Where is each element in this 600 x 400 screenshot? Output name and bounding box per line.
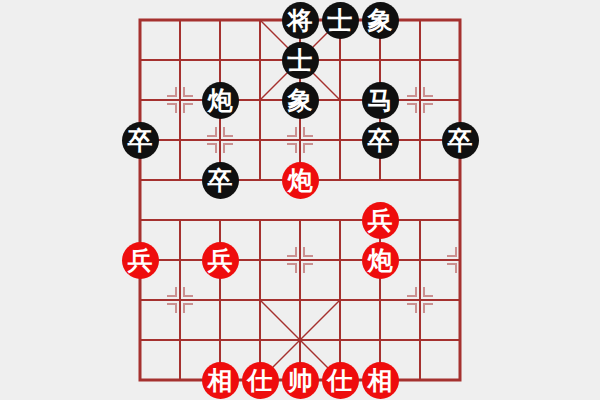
black-pawn[interactable]: 卒	[442, 122, 479, 159]
board-intersection[interactable]	[240, 280, 280, 320]
board-intersection[interactable]	[120, 280, 160, 320]
board-intersection[interactable]	[280, 280, 320, 320]
board-intersection[interactable]	[160, 200, 200, 240]
board-intersection[interactable]	[280, 200, 320, 240]
board-intersection[interactable]	[440, 240, 480, 280]
board-intersection[interactable]: 卒	[360, 120, 400, 160]
black-advisor[interactable]: 士	[322, 2, 359, 39]
board-intersection[interactable]	[120, 80, 160, 120]
board-intersection[interactable]: 炮	[280, 160, 320, 200]
board-intersection[interactable]	[400, 200, 440, 240]
black-pawn[interactable]: 卒	[362, 122, 399, 159]
board-intersection[interactable]: 炮	[200, 80, 240, 120]
board-intersection[interactable]	[240, 240, 280, 280]
board-intersection[interactable]	[240, 80, 280, 120]
board-intersection[interactable]	[120, 360, 160, 400]
board-intersection[interactable]	[400, 160, 440, 200]
black-elephant[interactable]: 象	[362, 2, 399, 39]
board-intersection[interactable]	[160, 80, 200, 120]
board-intersection[interactable]: 卒	[440, 120, 480, 160]
black-pawn[interactable]: 卒	[202, 162, 239, 199]
board-intersection[interactable]: 相	[360, 360, 400, 400]
xiangqi-app: 将士象士炮象马卒卒卒卒炮兵兵兵炮相仕帅仕相	[0, 0, 600, 400]
red-cannon[interactable]: 炮	[362, 242, 399, 279]
board-intersection[interactable]	[160, 0, 200, 40]
black-cannon[interactable]: 炮	[202, 82, 239, 119]
board-intersection[interactable]	[280, 120, 320, 160]
board-intersection[interactable]	[120, 160, 160, 200]
black-general[interactable]: 将	[282, 2, 319, 39]
board-intersection[interactable]	[200, 0, 240, 40]
board-intersection[interactable]	[160, 160, 200, 200]
board-intersection[interactable]	[200, 40, 240, 80]
board-intersection[interactable]	[320, 280, 360, 320]
board-intersection[interactable]	[440, 160, 480, 200]
board-intersection[interactable]	[200, 200, 240, 240]
board-intersection[interactable]	[400, 280, 440, 320]
board-intersection[interactable]	[360, 40, 400, 80]
board-intersection[interactable]	[120, 40, 160, 80]
board-intersection[interactable]: 象	[280, 80, 320, 120]
red-advisor[interactable]: 仕	[322, 362, 359, 399]
board-intersection[interactable]: 象	[360, 0, 400, 40]
board-intersection[interactable]	[160, 240, 200, 280]
board-intersection[interactable]: 士	[320, 0, 360, 40]
board-intersection[interactable]	[240, 40, 280, 80]
board-intersection[interactable]	[320, 160, 360, 200]
board-intersection[interactable]	[360, 320, 400, 360]
board-intersection[interactable]	[440, 40, 480, 80]
black-horse[interactable]: 马	[362, 82, 399, 119]
board-intersection[interactable]	[160, 360, 200, 400]
board-intersection[interactable]	[120, 200, 160, 240]
board-intersection[interactable]: 兵	[360, 200, 400, 240]
board-intersection[interactable]	[240, 320, 280, 360]
board-intersection[interactable]	[320, 120, 360, 160]
board-intersection[interactable]	[440, 320, 480, 360]
board-intersection[interactable]	[320, 240, 360, 280]
board-intersection[interactable]	[160, 320, 200, 360]
board-intersection[interactable]: 卒	[200, 160, 240, 200]
board-intersection[interactable]	[280, 240, 320, 280]
red-king[interactable]: 帅	[282, 362, 319, 399]
board-intersection[interactable]	[120, 320, 160, 360]
black-advisor[interactable]: 士	[282, 42, 319, 79]
red-pawn[interactable]: 兵	[362, 202, 399, 239]
board-intersection[interactable]	[400, 320, 440, 360]
board-intersection[interactable]	[360, 160, 400, 200]
board-intersection[interactable]: 士	[280, 40, 320, 80]
board-intersection[interactable]	[320, 200, 360, 240]
board-intersection[interactable]	[400, 0, 440, 40]
board-intersection[interactable]	[240, 0, 280, 40]
board-intersection[interactable]	[160, 40, 200, 80]
board-intersection[interactable]	[440, 200, 480, 240]
board-intersection[interactable]	[240, 120, 280, 160]
piece-grid: 将士象士炮象马卒卒卒卒炮兵兵兵炮相仕帅仕相	[120, 0, 480, 400]
red-pawn[interactable]: 兵	[122, 242, 159, 279]
red-elephant[interactable]: 相	[362, 362, 399, 399]
board-intersection[interactable]	[440, 280, 480, 320]
board-intersection[interactable]	[200, 280, 240, 320]
board-intersection[interactable]	[400, 40, 440, 80]
board-intersection[interactable]: 仕	[240, 360, 280, 400]
board-intersection[interactable]: 炮	[360, 240, 400, 280]
board-intersection[interactable]	[120, 0, 160, 40]
board-intersection[interactable]	[400, 360, 440, 400]
board-intersection[interactable]: 仕	[320, 360, 360, 400]
board-intersection[interactable]: 卒	[120, 120, 160, 160]
board-intersection[interactable]: 帅	[280, 360, 320, 400]
board-intersection[interactable]: 将	[280, 0, 320, 40]
board-intersection[interactable]: 兵	[200, 240, 240, 280]
board-intersection[interactable]: 兵	[120, 240, 160, 280]
red-pawn[interactable]: 兵	[202, 242, 239, 279]
black-elephant[interactable]: 象	[282, 82, 319, 119]
board-intersection[interactable]	[400, 240, 440, 280]
board-intersection[interactable]	[400, 80, 440, 120]
red-advisor[interactable]: 仕	[242, 362, 279, 399]
red-elephant[interactable]: 相	[202, 362, 239, 399]
board-intersection[interactable]	[200, 120, 240, 160]
board-intersection[interactable]	[440, 360, 480, 400]
board-intersection[interactable]	[280, 320, 320, 360]
board-intersection[interactable]	[200, 320, 240, 360]
board-intersection[interactable]	[240, 160, 280, 200]
board-intersection[interactable]: 相	[200, 360, 240, 400]
red-cannon[interactable]: 炮	[282, 162, 319, 199]
board-intersection[interactable]	[160, 280, 200, 320]
board-intersection[interactable]	[320, 320, 360, 360]
board-intersection[interactable]	[440, 80, 480, 120]
board-intersection[interactable]	[240, 200, 280, 240]
board-intersection[interactable]	[360, 280, 400, 320]
board-intersection[interactable]: 马	[360, 80, 400, 120]
board-intersection[interactable]	[160, 120, 200, 160]
board-intersection[interactable]	[440, 0, 480, 40]
board-intersection[interactable]	[320, 40, 360, 80]
board-intersection[interactable]	[400, 120, 440, 160]
board-intersection[interactable]	[320, 80, 360, 120]
black-pawn[interactable]: 卒	[122, 122, 159, 159]
